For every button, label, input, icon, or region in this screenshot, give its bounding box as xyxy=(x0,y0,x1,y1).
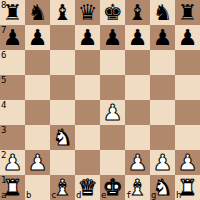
square-d4[interactable] xyxy=(75,100,100,125)
square-a7[interactable]: 7♟ xyxy=(0,25,25,50)
square-h6[interactable] xyxy=(175,50,200,75)
square-e7[interactable]: ♟ xyxy=(100,25,125,50)
square-b1[interactable]: b xyxy=(25,175,50,200)
file-label-g: g xyxy=(151,191,156,200)
black-knight[interactable]: ♞ xyxy=(28,0,48,25)
black-king[interactable]: ♚ xyxy=(103,0,123,25)
rank-label-7: 7 xyxy=(1,26,6,35)
black-pawn[interactable]: ♟ xyxy=(78,25,98,50)
square-e6[interactable] xyxy=(100,50,125,75)
square-a2[interactable]: 2♟ xyxy=(0,150,25,175)
square-h3[interactable] xyxy=(175,125,200,150)
file-label-c: c xyxy=(51,191,56,200)
square-c1[interactable]: c♝ xyxy=(50,175,75,200)
black-rook[interactable]: ♜ xyxy=(178,0,198,25)
square-h7[interactable]: ♟ xyxy=(175,25,200,50)
white-pawn[interactable]: ♟ xyxy=(128,150,148,175)
square-b3[interactable] xyxy=(25,125,50,150)
square-c4[interactable] xyxy=(50,100,75,125)
square-c8[interactable]: ♝ xyxy=(50,0,75,25)
black-pawn[interactable]: ♟ xyxy=(28,25,48,50)
file-label-h: h xyxy=(176,191,181,200)
rank-label-8: 8 xyxy=(1,1,6,10)
square-d5[interactable] xyxy=(75,75,100,100)
square-h2[interactable]: ♟ xyxy=(175,150,200,175)
square-a3[interactable]: 3 xyxy=(0,125,25,150)
square-c2[interactable] xyxy=(50,150,75,175)
square-h4[interactable] xyxy=(175,100,200,125)
file-label-b: b xyxy=(26,191,31,200)
rank-label-5: 5 xyxy=(1,76,6,85)
rank-label-2: 2 xyxy=(1,151,6,160)
square-e4[interactable]: ♟ xyxy=(100,100,125,125)
square-f6[interactable] xyxy=(125,50,150,75)
square-e8[interactable]: ♚ xyxy=(100,0,125,25)
square-e2[interactable] xyxy=(100,150,125,175)
square-d3[interactable] xyxy=(75,125,100,150)
chess-board: 8♜♞♝♛♚♝♞♜7♟♟♟♟♟♟♟654♟3♞2♟♟♟♟♟1a♜bc♝d♛e♚f… xyxy=(0,0,200,200)
square-f5[interactable] xyxy=(125,75,150,100)
white-knight[interactable]: ♞ xyxy=(53,125,73,150)
black-knight[interactable]: ♞ xyxy=(153,0,173,25)
square-h5[interactable] xyxy=(175,75,200,100)
square-d6[interactable] xyxy=(75,50,100,75)
file-label-e: e xyxy=(101,191,106,200)
square-c5[interactable] xyxy=(50,75,75,100)
black-bishop[interactable]: ♝ xyxy=(53,0,73,25)
square-d2[interactable] xyxy=(75,150,100,175)
square-f3[interactable] xyxy=(125,125,150,150)
square-b8[interactable]: ♞ xyxy=(25,0,50,25)
white-pawn[interactable]: ♟ xyxy=(103,100,123,125)
file-label-d: d xyxy=(76,191,81,200)
square-g7[interactable]: ♟ xyxy=(150,25,175,50)
square-a6[interactable]: 6 xyxy=(0,50,25,75)
square-c3[interactable]: ♞ xyxy=(50,125,75,150)
square-b5[interactable] xyxy=(25,75,50,100)
square-g3[interactable] xyxy=(150,125,175,150)
square-g1[interactable]: g♞ xyxy=(150,175,175,200)
file-label-f: f xyxy=(126,191,131,200)
rank-label-3: 3 xyxy=(1,126,6,135)
square-g4[interactable] xyxy=(150,100,175,125)
square-g8[interactable]: ♞ xyxy=(150,0,175,25)
square-g5[interactable] xyxy=(150,75,175,100)
rank-label-6: 6 xyxy=(1,51,6,60)
square-f8[interactable]: ♝ xyxy=(125,0,150,25)
square-g2[interactable]: ♟ xyxy=(150,150,175,175)
black-pawn[interactable]: ♟ xyxy=(103,25,123,50)
rank-label-4: 4 xyxy=(1,101,6,110)
square-e3[interactable] xyxy=(100,125,125,150)
black-pawn[interactable]: ♟ xyxy=(128,25,148,50)
square-f4[interactable] xyxy=(125,100,150,125)
square-f2[interactable]: ♟ xyxy=(125,150,150,175)
square-c7[interactable] xyxy=(50,25,75,50)
square-f1[interactable]: f♝ xyxy=(125,175,150,200)
square-a4[interactable]: 4 xyxy=(0,100,25,125)
rank-label-1: 1 xyxy=(1,176,6,185)
square-a1[interactable]: 1a♜ xyxy=(0,175,25,200)
file-label-a: a xyxy=(1,191,6,200)
white-pawn[interactable]: ♟ xyxy=(153,150,173,175)
square-a5[interactable]: 5 xyxy=(0,75,25,100)
square-d1[interactable]: d♛ xyxy=(75,175,100,200)
square-b4[interactable] xyxy=(25,100,50,125)
square-e1[interactable]: e♚ xyxy=(100,175,125,200)
square-b7[interactable]: ♟ xyxy=(25,25,50,50)
white-pawn[interactable]: ♟ xyxy=(28,150,48,175)
black-bishop[interactable]: ♝ xyxy=(128,0,148,25)
black-queen[interactable]: ♛ xyxy=(78,0,98,25)
square-b6[interactable] xyxy=(25,50,50,75)
square-e5[interactable] xyxy=(100,75,125,100)
square-d8[interactable]: ♛ xyxy=(75,0,100,25)
square-b2[interactable]: ♟ xyxy=(25,150,50,175)
black-pawn[interactable]: ♟ xyxy=(178,25,198,50)
square-a8[interactable]: 8♜ xyxy=(0,0,25,25)
square-h1[interactable]: h♜ xyxy=(175,175,200,200)
black-pawn[interactable]: ♟ xyxy=(153,25,173,50)
white-pawn[interactable]: ♟ xyxy=(178,150,198,175)
square-f7[interactable]: ♟ xyxy=(125,25,150,50)
square-h8[interactable]: ♜ xyxy=(175,0,200,25)
square-d7[interactable]: ♟ xyxy=(75,25,100,50)
square-c6[interactable] xyxy=(50,50,75,75)
square-g6[interactable] xyxy=(150,50,175,75)
